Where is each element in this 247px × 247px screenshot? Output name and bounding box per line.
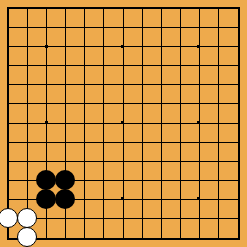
board-cell [181, 219, 200, 238]
board-cell [200, 66, 219, 85]
board-cell [162, 124, 181, 143]
board-cell [9, 66, 28, 85]
board-cell [104, 104, 123, 123]
board-cell [124, 124, 143, 143]
black-stone[interactable] [36, 189, 56, 209]
board-cell [28, 66, 47, 85]
white-stone[interactable] [17, 208, 37, 228]
board-cell [181, 9, 200, 28]
board-cell [181, 47, 200, 66]
board-cell [104, 162, 123, 181]
board-cell [124, 66, 143, 85]
board-cell [200, 124, 219, 143]
board-cell [9, 28, 28, 47]
board-cell [162, 200, 181, 219]
board-cell [47, 124, 66, 143]
board-cell [181, 104, 200, 123]
board-cell [104, 85, 123, 104]
black-stone[interactable] [36, 170, 56, 190]
board-cell [162, 85, 181, 104]
go-diagram [0, 0, 247, 247]
board-cell [181, 143, 200, 162]
board-cell [85, 28, 104, 47]
black-stone[interactable] [55, 189, 75, 209]
board-cell [200, 219, 219, 238]
board-cell [200, 47, 219, 66]
board-cell [200, 200, 219, 219]
board-cell [66, 28, 85, 47]
board-cell [143, 85, 162, 104]
board-cell [219, 47, 238, 66]
board-cell [66, 85, 85, 104]
board-cell [9, 47, 28, 66]
board-cell [47, 47, 66, 66]
board-cell [219, 200, 238, 219]
board-cell [219, 9, 238, 28]
board-cell [47, 66, 66, 85]
board-cell [124, 85, 143, 104]
board-cell [9, 9, 28, 28]
board-cell [85, 85, 104, 104]
board-cell [66, 219, 85, 238]
board-cell [143, 219, 162, 238]
board-cell [28, 47, 47, 66]
board-cell [124, 162, 143, 181]
board-cell [85, 181, 104, 200]
board-cell [124, 28, 143, 47]
board-cell [28, 28, 47, 47]
board-cell [66, 66, 85, 85]
board-cell [162, 47, 181, 66]
board-cell [104, 143, 123, 162]
board-cell [66, 9, 85, 28]
board-cell [181, 162, 200, 181]
board-cell [200, 162, 219, 181]
board-cell [85, 219, 104, 238]
board-cell [200, 85, 219, 104]
board-cell [219, 143, 238, 162]
board-cell [85, 104, 104, 123]
board-cell [124, 200, 143, 219]
board-cell [162, 143, 181, 162]
board-cell [200, 28, 219, 47]
board-cell [219, 181, 238, 200]
board-cell [143, 66, 162, 85]
board-cell [219, 162, 238, 181]
board-cell [124, 181, 143, 200]
board-cell [143, 200, 162, 219]
board-cell [219, 124, 238, 143]
board-cell [162, 219, 181, 238]
board-cell [47, 219, 66, 238]
board-cell [104, 200, 123, 219]
board-cell [162, 9, 181, 28]
board-cell [47, 143, 66, 162]
board-cell [9, 181, 28, 200]
board-cell [143, 181, 162, 200]
board-cell [47, 85, 66, 104]
board-cell [47, 104, 66, 123]
board-cell [124, 9, 143, 28]
board-cell [9, 104, 28, 123]
board-cell [200, 181, 219, 200]
board-cell [85, 162, 104, 181]
board-cell [85, 66, 104, 85]
board-cell [219, 66, 238, 85]
board-cell [181, 124, 200, 143]
board-cell [28, 124, 47, 143]
board-cell [104, 47, 123, 66]
board-cell [104, 9, 123, 28]
board-cell [181, 181, 200, 200]
board-cell [219, 85, 238, 104]
board-cell [47, 28, 66, 47]
board-cell [9, 85, 28, 104]
board-cell [104, 124, 123, 143]
board-cell [104, 181, 123, 200]
board-cell [104, 28, 123, 47]
board-cell [162, 66, 181, 85]
board-cell [200, 9, 219, 28]
black-stone[interactable] [55, 170, 75, 190]
board-cell [28, 104, 47, 123]
board-cell [219, 104, 238, 123]
board-cell [66, 47, 85, 66]
board-cell [181, 28, 200, 47]
board-cell [66, 124, 85, 143]
board-cell [47, 9, 66, 28]
board-cell [9, 162, 28, 181]
board-cell [143, 143, 162, 162]
board-cell [104, 66, 123, 85]
board-cell [143, 104, 162, 123]
board-cell [124, 143, 143, 162]
board-cell [104, 219, 123, 238]
board-cell [124, 104, 143, 123]
board-cell [28, 143, 47, 162]
board-cell [162, 28, 181, 47]
board-cell [66, 143, 85, 162]
board-cell [143, 28, 162, 47]
board-cell [181, 66, 200, 85]
board-cell [181, 85, 200, 104]
board-cell [162, 162, 181, 181]
board-cell [200, 143, 219, 162]
board-cell [28, 9, 47, 28]
white-stone[interactable] [17, 227, 37, 247]
board-cell [219, 219, 238, 238]
board-cell [85, 9, 104, 28]
board-cell [162, 181, 181, 200]
board-cell [85, 200, 104, 219]
board-cell [143, 162, 162, 181]
board-cell [143, 124, 162, 143]
board-cell [124, 47, 143, 66]
board-cell [85, 143, 104, 162]
board-cell [9, 143, 28, 162]
board-cell [162, 104, 181, 123]
board-cell [124, 219, 143, 238]
board-cell [28, 85, 47, 104]
board-cell [85, 124, 104, 143]
board-cell [143, 9, 162, 28]
board-cell [219, 28, 238, 47]
board-cell [85, 47, 104, 66]
board-cell [181, 200, 200, 219]
board-cell [9, 124, 28, 143]
board-cell [66, 104, 85, 123]
board-cell [143, 47, 162, 66]
board-cell [200, 104, 219, 123]
